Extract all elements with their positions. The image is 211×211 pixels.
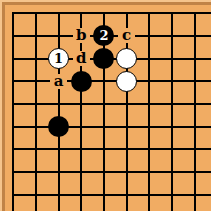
grid-line-vertical-1 [12,12,14,211]
point-label-c: c [118,28,135,43]
grid-line-horizontal-9 [12,194,211,196]
white-stone [116,71,137,92]
grid-line-vertical-8 [171,12,173,211]
point-label-a: a [50,74,67,89]
grid-line-horizontal-5 [12,103,211,105]
black-stone-move-2: 2 [93,25,114,46]
black-stone [48,116,69,137]
black-stone [93,48,114,69]
grid-line-horizontal-6 [12,126,211,128]
grid-line-vertical-2 [35,12,37,211]
grid-line-horizontal-1 [12,12,211,14]
point-label-d: d [73,51,90,66]
white-stone-move-1: 1 [48,48,69,69]
grid-line-horizontal-7 [12,148,211,150]
move-number-1: 1 [54,52,63,65]
go-board-diagram: bcda21 [0,0,211,211]
move-number-2: 2 [99,29,108,42]
point-label-b: b [73,28,90,43]
board-frame-shadow-left [2,2,5,211]
grid-line-vertical-3 [58,12,60,211]
white-stone [116,48,137,69]
grid-line-vertical-9 [194,12,196,211]
grid-line-vertical-7 [148,12,150,211]
board-frame-shadow-top [2,2,211,5]
grid-line-horizontal-4 [12,80,211,82]
black-stone [71,71,92,92]
grid-line-horizontal-8 [12,171,211,173]
